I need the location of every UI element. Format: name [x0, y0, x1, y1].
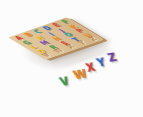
loose-piece-y[interactable]: Y: [95, 56, 107, 68]
loose-piece-v[interactable]: V: [58, 75, 71, 87]
letter-recess-z: Z: [89, 37, 99, 42]
letter-recess-x: X: [67, 44, 78, 49]
loose-piece-z[interactable]: Z: [106, 51, 118, 63]
letter-recess-y: Y: [78, 41, 88, 46]
loose-piece-x[interactable]: X: [84, 61, 96, 73]
letter-recess-v: V: [42, 53, 53, 58]
product-photo-alphabet-puzzle: ABCDEFGHIJKLMNOPQRSTUVWXYZ VWXYZ: [0, 0, 143, 117]
